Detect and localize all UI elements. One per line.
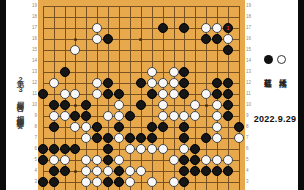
star-point [139, 38, 142, 41]
white-stone[interactable] [190, 111, 200, 121]
white-stone[interactable] [169, 78, 179, 88]
game-date: 2022.9.29 [252, 114, 298, 124]
white-stone[interactable] [92, 78, 102, 88]
black-stone[interactable] [201, 133, 211, 143]
black-stone[interactable] [212, 166, 222, 176]
row-label-left: 3 [31, 180, 37, 185]
left-black-bar [0, 0, 6, 190]
black-stone[interactable] [60, 100, 70, 110]
white-stone[interactable] [212, 122, 222, 132]
black-stone[interactable] [92, 122, 102, 132]
black-stone[interactable] [212, 34, 222, 44]
row-label-left: 12 [31, 81, 37, 86]
row-label-left: 16 [31, 37, 37, 42]
grid-line-v [130, 6, 131, 190]
white-stone[interactable] [103, 166, 113, 176]
right-black-bar [298, 0, 304, 190]
white-stone[interactable] [169, 89, 179, 99]
player-names: 范廷钰 江维杰 [252, 72, 298, 75]
black-stone[interactable] [38, 155, 48, 165]
black-stone[interactable] [81, 111, 91, 121]
black-stone[interactable] [223, 100, 233, 110]
black-stone[interactable] [49, 100, 59, 110]
white-stone[interactable] [70, 45, 80, 55]
white-stone[interactable] [92, 89, 102, 99]
white-stone[interactable] [147, 78, 157, 88]
black-stone[interactable] [136, 133, 146, 143]
black-stone[interactable] [212, 78, 222, 88]
white-stone[interactable] [49, 111, 59, 121]
black-stone[interactable] [103, 177, 113, 187]
row-label-right: 18 [246, 15, 252, 20]
white-stone[interactable] [136, 144, 146, 154]
black-stone[interactable] [60, 166, 70, 176]
grid-line-h [43, 6, 239, 7]
row-label-right: 17 [246, 26, 252, 31]
black-stone[interactable] [201, 166, 211, 176]
row-label-right: 9 [246, 114, 252, 119]
black-stone[interactable] [103, 133, 113, 143]
white-stone[interactable] [81, 122, 91, 132]
row-label-left: 7 [31, 136, 37, 141]
black-stone[interactable] [49, 166, 59, 176]
white-stone[interactable] [70, 122, 80, 132]
white-stone[interactable] [92, 155, 102, 165]
black-stone[interactable] [49, 177, 59, 187]
white-stone[interactable] [223, 155, 233, 165]
white-stone[interactable] [212, 155, 222, 165]
black-stone[interactable] [179, 155, 189, 165]
black-stone[interactable] [92, 133, 102, 143]
row-label-right: 5 [246, 158, 252, 163]
black-stone[interactable] [147, 122, 157, 132]
row-label-left: 17 [31, 26, 37, 31]
white-stone[interactable] [201, 89, 211, 99]
row-label-left: 14 [31, 59, 37, 64]
black-stone[interactable] [114, 122, 124, 132]
row-label-right: 13 [246, 70, 252, 75]
black-stone[interactable] [212, 89, 222, 99]
row-label-left: 13 [31, 70, 37, 75]
black-stone[interactable] [38, 144, 48, 154]
white-stone[interactable] [169, 67, 179, 77]
row-label-left: 11 [31, 92, 37, 97]
grid-line-h [43, 61, 239, 62]
white-stone[interactable] [158, 89, 168, 99]
white-stone[interactable] [81, 177, 91, 187]
star-point [74, 104, 77, 107]
white-stone[interactable] [92, 166, 102, 176]
black-stone[interactable] [190, 166, 200, 176]
white-stone[interactable] [92, 23, 102, 33]
white-stone[interactable] [81, 133, 91, 143]
event-title: 第23届阿含·桐山杯本赛 [7, 0, 33, 190]
white-stone[interactable] [158, 111, 168, 121]
star-point [74, 170, 77, 173]
white-stone[interactable] [125, 144, 135, 154]
black-stone[interactable] [114, 177, 124, 187]
black-stone[interactable] [103, 144, 113, 154]
black-stone[interactable] [49, 144, 59, 154]
white-stone[interactable] [125, 177, 135, 187]
black-stone[interactable] [234, 122, 244, 132]
black-stone[interactable] [190, 144, 200, 154]
black-stone[interactable] [60, 144, 70, 154]
black-stone[interactable] [179, 23, 189, 33]
white-stone[interactable] [125, 166, 135, 176]
white-stone-icon [277, 55, 286, 64]
white-stone[interactable] [234, 133, 244, 143]
row-label-left: 5 [31, 158, 37, 163]
black-player-name: 范廷钰 [263, 72, 273, 75]
white-stone[interactable] [190, 100, 200, 110]
row-label-right: 10 [246, 103, 252, 108]
row-label-left: 15 [31, 48, 37, 53]
black-stone[interactable] [223, 78, 233, 88]
row-label-left: 10 [31, 103, 37, 108]
black-stone[interactable] [190, 155, 200, 165]
black-stone[interactable] [125, 111, 135, 121]
row-label-right: 7 [246, 136, 252, 141]
white-stone[interactable] [201, 23, 211, 33]
white-stone[interactable] [158, 144, 168, 154]
black-stone[interactable] [223, 89, 233, 99]
black-stone[interactable] [179, 177, 189, 187]
row-label-right: 4 [246, 169, 252, 174]
black-stone[interactable] [114, 89, 124, 99]
black-stone[interactable] [223, 166, 233, 176]
white-stone[interactable] [114, 133, 124, 143]
row-label-right: 3 [246, 180, 252, 185]
white-stone[interactable] [49, 155, 59, 165]
row-label-left: 6 [31, 147, 37, 152]
white-stone[interactable] [212, 23, 222, 33]
black-stone[interactable] [49, 122, 59, 132]
white-stone[interactable] [223, 34, 233, 44]
black-stone[interactable] [147, 89, 157, 99]
black-stone[interactable] [223, 111, 233, 121]
black-stone[interactable] [136, 78, 146, 88]
row-label-right: 8 [246, 125, 252, 130]
info-panel: 范廷钰 江维杰 2022.9.29 [252, 0, 298, 190]
black-stone[interactable] [103, 155, 113, 165]
black-stone[interactable] [103, 89, 113, 99]
black-stone[interactable] [81, 100, 91, 110]
row-label-right: 14 [246, 59, 252, 64]
white-stone[interactable] [147, 144, 157, 154]
black-stone[interactable] [179, 122, 189, 132]
row-label-right: 15 [246, 48, 252, 53]
black-stone[interactable] [136, 100, 146, 110]
black-stone[interactable] [223, 45, 233, 55]
black-stone[interactable] [179, 78, 189, 88]
black-stone[interactable] [103, 34, 113, 44]
white-stone[interactable] [179, 111, 189, 121]
white-player-name: 江维杰 [278, 72, 288, 75]
white-stone[interactable] [179, 144, 189, 154]
row-label-right: 19 [246, 4, 252, 9]
white-stone[interactable] [212, 133, 222, 143]
white-stone[interactable] [147, 67, 157, 77]
white-stone[interactable] [114, 155, 124, 165]
row-label-right: 16 [246, 37, 252, 42]
black-stone[interactable] [179, 67, 189, 77]
row-label-right: 12 [246, 81, 252, 86]
black-stone[interactable] [179, 166, 189, 176]
white-stone[interactable] [60, 155, 70, 165]
go-board[interactable]: 1 [38, 0, 245, 190]
black-stone[interactable] [103, 78, 113, 88]
legend [252, 55, 298, 64]
black-stone[interactable] [38, 177, 48, 187]
grid-line-v [239, 6, 240, 190]
black-stone[interactable] [70, 111, 80, 121]
black-stone[interactable] [179, 133, 189, 143]
go-game-diagram: 第23届阿含·桐山杯本赛 1 范廷钰 江维杰 2022.9.29 1919181… [0, 0, 304, 190]
black-stone[interactable] [158, 23, 168, 33]
white-stone[interactable] [49, 78, 59, 88]
black-stone[interactable] [38, 89, 48, 99]
white-stone[interactable] [60, 89, 70, 99]
white-stone[interactable] [212, 100, 222, 110]
black-stone-icon [264, 55, 273, 64]
event-title-text: 第23届阿含·桐山杯本赛 [15, 74, 25, 115]
white-stone[interactable] [212, 111, 222, 121]
white-stone[interactable] [92, 177, 102, 187]
black-stone[interactable] [147, 133, 157, 143]
last-move-number: 1 [226, 25, 229, 31]
row-label-right: 11 [246, 92, 252, 97]
grid-line-v [141, 6, 142, 190]
white-stone[interactable] [81, 155, 91, 165]
black-stone[interactable] [70, 144, 80, 154]
white-stone[interactable] [70, 89, 80, 99]
black-stone[interactable] [60, 67, 70, 77]
grid-line-h [43, 182, 239, 183]
row-label-left: 18 [31, 15, 37, 20]
white-stone[interactable] [103, 111, 113, 121]
white-stone[interactable] [92, 34, 102, 44]
star-point [74, 38, 77, 41]
row-label-left: 19 [31, 4, 37, 9]
white-stone[interactable] [114, 100, 124, 110]
white-stone[interactable] [158, 78, 168, 88]
black-stone[interactable] [125, 133, 135, 143]
row-label-right: 6 [246, 147, 252, 152]
row-label-left: 8 [31, 125, 37, 130]
white-stone[interactable] [169, 111, 179, 121]
white-stone[interactable] [201, 155, 211, 165]
white-stone[interactable] [169, 155, 179, 165]
white-stone[interactable] [81, 166, 91, 176]
white-stone[interactable] [169, 177, 179, 187]
white-stone[interactable] [158, 100, 168, 110]
row-label-left: 4 [31, 169, 37, 174]
white-stone[interactable] [114, 111, 124, 121]
black-stone[interactable] [114, 166, 124, 176]
black-stone[interactable] [158, 122, 168, 132]
black-stone[interactable] [179, 89, 189, 99]
black-stone[interactable] [201, 34, 211, 44]
white-stone[interactable] [136, 166, 146, 176]
grid-line-h [43, 72, 239, 73]
grid-line-h [43, 17, 239, 18]
star-point [205, 104, 208, 107]
white-stone[interactable] [60, 111, 70, 121]
row-label-left: 9 [31, 114, 37, 119]
black-stone[interactable]: 1 [223, 23, 233, 33]
white-stone[interactable] [147, 177, 157, 187]
